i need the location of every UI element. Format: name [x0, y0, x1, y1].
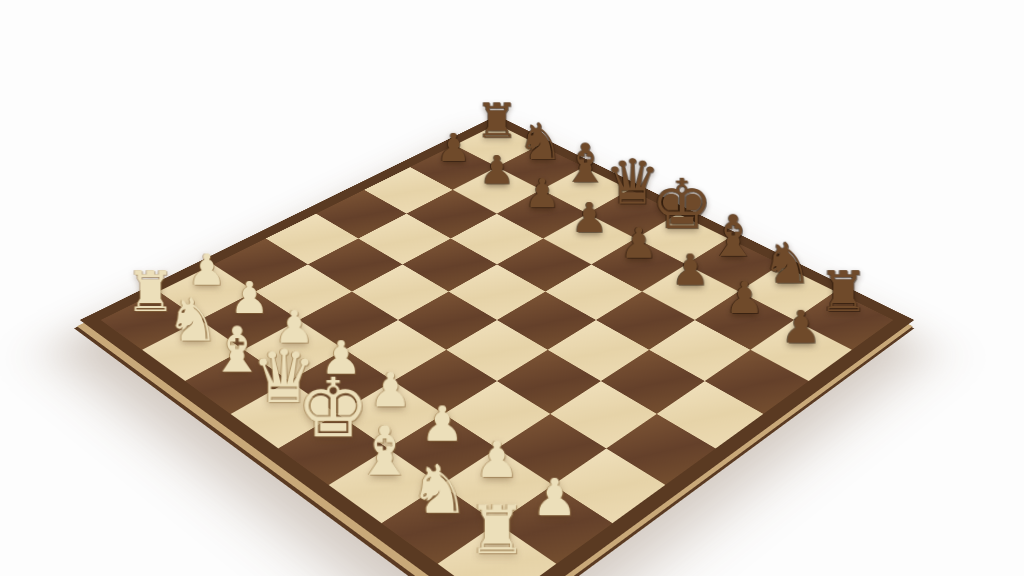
black-pawn-h7: ♟ — [781, 305, 821, 350]
black-king-e8: ♚ — [651, 169, 713, 238]
white-pawn-g2: ♟ — [475, 435, 520, 485]
black-rook-a8: ♜ — [475, 97, 518, 145]
black-pawn-f7: ♟ — [671, 249, 710, 292]
black-knight-g8: ♞ — [762, 235, 813, 292]
white-pawn-h2: ♟ — [532, 472, 578, 523]
black-pawn-c7: ♟ — [524, 173, 560, 213]
black-pawn-d7: ♟ — [571, 197, 608, 238]
white-pawn-e2: ♟ — [369, 367, 411, 414]
white-rook-h1: ♜ — [467, 497, 527, 564]
black-rook-h8: ♜ — [818, 264, 868, 320]
photo-canvas: ♜♞♝♛♚♝♞♜♟♟♟♟♟♟♟♟♟♟♟♟♟♟♟♟♜♞♝♛♚♝♞♜ — [0, 0, 1024, 576]
white-knight-g1: ♞ — [409, 456, 470, 524]
black-pawn-a7: ♟ — [436, 129, 471, 168]
black-bishop-f8: ♝ — [708, 207, 759, 264]
white-pawn-f2: ♟ — [421, 400, 465, 449]
white-bishop-f1: ♝ — [354, 417, 415, 485]
square-e4 — [446, 320, 547, 381]
black-pawn-b7: ♟ — [479, 150, 514, 189]
black-pawn-g7: ♟ — [725, 276, 764, 320]
black-pawn-e7: ♟ — [620, 222, 658, 264]
chess-board: ♜♞♝♛♚♝♞♜♟♟♟♟♟♟♟♟♟♟♟♟♟♟♟♟♜♞♝♛♚♝♞♜ — [80, 115, 914, 576]
black-bishop-c8: ♝ — [561, 136, 609, 190]
black-knight-b8: ♞ — [518, 116, 564, 167]
